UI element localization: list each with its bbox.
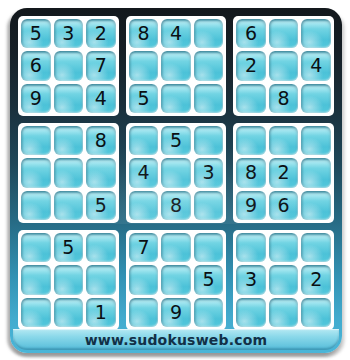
cell-r9-c1[interactable] <box>21 298 51 327</box>
box-0-0: 5326794 <box>18 16 119 116</box>
cell-r5-c9[interactable] <box>301 158 331 187</box>
cell-r4-c2[interactable] <box>54 126 84 155</box>
cell-r1-c7: 6 <box>236 19 266 48</box>
cell-r2-c5[interactable] <box>161 51 191 80</box>
cell-r6-c1[interactable] <box>21 191 51 220</box>
cell-r1-c1: 5 <box>21 19 51 48</box>
cell-r9-c8[interactable] <box>269 298 299 327</box>
cell-r2-c3: 7 <box>86 51 116 80</box>
cell-r6-c6[interactable] <box>194 191 224 220</box>
cell-r8-c2[interactable] <box>54 265 84 294</box>
cell-r8-c9: 2 <box>301 265 331 294</box>
cell-r7-c6[interactable] <box>194 233 224 262</box>
cell-r3-c2[interactable] <box>54 84 84 113</box>
cell-r1-c4: 8 <box>129 19 159 48</box>
cell-r6-c9[interactable] <box>301 191 331 220</box>
cell-r7-c7[interactable] <box>236 233 266 262</box>
cell-r3-c1: 9 <box>21 84 51 113</box>
box-1-2: 8296 <box>233 123 334 223</box>
cell-r9-c5: 9 <box>161 298 191 327</box>
cell-r9-c6[interactable] <box>194 298 224 327</box>
cell-r7-c9[interactable] <box>301 233 331 262</box>
cell-r1-c9[interactable] <box>301 19 331 48</box>
cell-r5-c1[interactable] <box>21 158 51 187</box>
cell-r8-c8[interactable] <box>269 265 299 294</box>
cell-r8-c5[interactable] <box>161 265 191 294</box>
cell-r3-c9[interactable] <box>301 84 331 113</box>
cell-r2-c9: 4 <box>301 51 331 80</box>
cell-r9-c3: 1 <box>86 298 116 327</box>
cell-r9-c7[interactable] <box>236 298 266 327</box>
cell-r4-c1[interactable] <box>21 126 51 155</box>
cell-r1-c2: 3 <box>54 19 84 48</box>
cell-r8-c6: 5 <box>194 265 224 294</box>
cell-r7-c3[interactable] <box>86 233 116 262</box>
cell-r4-c8[interactable] <box>269 126 299 155</box>
cell-r4-c9[interactable] <box>301 126 331 155</box>
sudoku-grid: 5326794845624885543882965175932 <box>18 16 334 330</box>
cell-r7-c4: 7 <box>129 233 159 262</box>
cell-r2-c4[interactable] <box>129 51 159 80</box>
page-background: 5326794845624885543882965175932 www.sudo… <box>0 0 350 360</box>
cell-r6-c5: 8 <box>161 191 191 220</box>
cell-r2-c7: 2 <box>236 51 266 80</box>
cell-r6-c7: 9 <box>236 191 266 220</box>
cell-r5-c8: 2 <box>269 158 299 187</box>
cell-r7-c8[interactable] <box>269 233 299 262</box>
cell-r3-c6[interactable] <box>194 84 224 113</box>
cell-r8-c7: 3 <box>236 265 266 294</box>
cell-r4-c3: 8 <box>86 126 116 155</box>
cell-r3-c4: 5 <box>129 84 159 113</box>
cell-r7-c5[interactable] <box>161 233 191 262</box>
cell-r8-c1[interactable] <box>21 265 51 294</box>
cell-r8-c4[interactable] <box>129 265 159 294</box>
cell-r3-c7[interactable] <box>236 84 266 113</box>
cell-r3-c3: 4 <box>86 84 116 113</box>
box-1-0: 85 <box>18 123 119 223</box>
cell-r3-c5[interactable] <box>161 84 191 113</box>
cell-r2-c8[interactable] <box>269 51 299 80</box>
cell-r1-c6[interactable] <box>194 19 224 48</box>
cell-r5-c7: 8 <box>236 158 266 187</box>
cell-r2-c1: 6 <box>21 51 51 80</box>
cell-r1-c5: 4 <box>161 19 191 48</box>
cell-r6-c2[interactable] <box>54 191 84 220</box>
cell-r6-c4[interactable] <box>129 191 159 220</box>
cell-r4-c7[interactable] <box>236 126 266 155</box>
cell-r5-c5[interactable] <box>161 158 191 187</box>
cell-r6-c8: 6 <box>269 191 299 220</box>
sudoku-board: 5326794845624885543882965175932 www.sudo… <box>10 8 342 353</box>
cell-r4-c6[interactable] <box>194 126 224 155</box>
box-0-1: 845 <box>126 16 227 116</box>
cell-r7-c1[interactable] <box>21 233 51 262</box>
cell-r2-c2[interactable] <box>54 51 84 80</box>
cell-r5-c3[interactable] <box>86 158 116 187</box>
cell-r1-c8[interactable] <box>269 19 299 48</box>
cell-r1-c3: 2 <box>86 19 116 48</box>
cell-r9-c4[interactable] <box>129 298 159 327</box>
cell-r5-c2[interactable] <box>54 158 84 187</box>
box-2-0: 51 <box>18 230 119 330</box>
cell-r8-c3[interactable] <box>86 265 116 294</box>
footer-bar: www.sudokusweb.com <box>13 329 339 350</box>
box-0-2: 6248 <box>233 16 334 116</box>
cell-r6-c3: 5 <box>86 191 116 220</box>
box-1-1: 5438 <box>126 123 227 223</box>
cell-r4-c5: 5 <box>161 126 191 155</box>
cell-r5-c6: 3 <box>194 158 224 187</box>
cell-r4-c4[interactable] <box>129 126 159 155</box>
cell-r9-c2[interactable] <box>54 298 84 327</box>
cell-r2-c6[interactable] <box>194 51 224 80</box>
cell-r5-c4: 4 <box>129 158 159 187</box>
box-2-2: 32 <box>233 230 334 330</box>
cell-r9-c9[interactable] <box>301 298 331 327</box>
box-2-1: 759 <box>126 230 227 330</box>
cell-r3-c8: 8 <box>269 84 299 113</box>
cell-r7-c2: 5 <box>54 233 84 262</box>
site-url-link[interactable]: www.sudokusweb.com <box>85 332 268 348</box>
